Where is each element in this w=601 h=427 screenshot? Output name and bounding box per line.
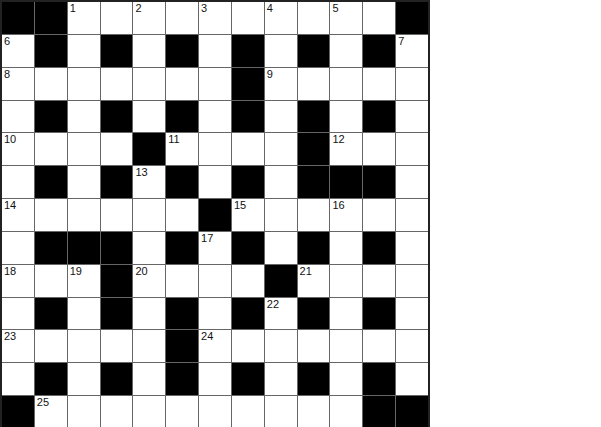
cell-r7c3[interactable] [68,199,100,231]
block-r13c1 [2,396,34,427]
block-r6c4 [101,166,133,198]
cell-r3c3[interactable] [68,68,100,100]
cell-r5c11[interactable]: 12 [330,133,362,165]
cell-r11c13[interactable] [396,330,428,362]
block-r2c4 [101,35,133,67]
cell-r3c12[interactable] [363,68,395,100]
cell-r9c10[interactable]: 21 [298,265,330,297]
cell-r13c2[interactable]: 25 [35,396,67,427]
cell-r7c9[interactable] [265,199,297,231]
cell-r5c2[interactable] [35,133,67,165]
cell-r5c3[interactable] [68,133,100,165]
cell-r5c7[interactable] [199,133,231,165]
clue-number-9: 9 [267,68,273,81]
cell-r2c1[interactable]: 6 [2,35,34,67]
block-r8c10 [298,232,330,264]
cell-r5c9[interactable] [265,133,297,165]
block-r1c1 [2,2,34,34]
block-r6c12 [363,166,395,198]
clue-number-25: 25 [37,396,49,409]
cell-r5c13[interactable] [396,133,428,165]
clue-number-4: 4 [267,2,273,15]
block-r11c6 [166,330,198,362]
clue-number-8: 8 [4,68,10,81]
block-r6c11 [330,166,362,198]
clue-number-12: 12 [332,133,344,146]
cell-r11c3[interactable] [68,330,100,362]
cell-r11c2[interactable] [35,330,67,362]
cell-r2c3[interactable] [68,35,100,67]
clue-number-21: 21 [300,265,312,278]
cell-r13c4[interactable] [101,396,133,427]
block-r1c13 [396,2,428,34]
block-r6c6 [166,166,198,198]
block-r6c8 [232,166,264,198]
cell-r5c4[interactable] [101,133,133,165]
cell-r5c8[interactable] [232,133,264,165]
cell-r8c7[interactable]: 17 [199,232,231,264]
cell-r6c5[interactable]: 13 [133,166,165,198]
block-r12c6 [166,363,198,395]
cell-r3c9[interactable]: 9 [265,68,297,100]
cell-r1c12[interactable] [363,2,395,34]
clue-number-23: 23 [4,330,16,343]
cell-r8c13[interactable] [396,232,428,264]
cell-r1c3[interactable]: 1 [68,2,100,34]
cell-r3c4[interactable] [101,68,133,100]
cell-r3c11[interactable] [330,68,362,100]
cell-r1c8[interactable] [232,2,264,34]
block-r4c8 [232,101,264,133]
cell-r12c1[interactable] [2,363,34,395]
cell-r11c8[interactable] [232,330,264,362]
cell-r11c9[interactable] [265,330,297,362]
block-r4c6 [166,101,198,133]
cell-r1c4[interactable] [101,2,133,34]
cell-r13c10[interactable] [298,396,330,427]
block-r2c2 [35,35,67,67]
cell-r3c10[interactable] [298,68,330,100]
cell-r3c13[interactable] [396,68,428,100]
cell-r4c9[interactable] [265,101,297,133]
block-r6c2 [35,166,67,198]
cell-r9c8[interactable] [232,265,264,297]
block-r5c5 [133,133,165,165]
block-r12c4 [101,363,133,395]
cell-r1c9[interactable]: 4 [265,2,297,34]
cell-r11c12[interactable] [363,330,395,362]
block-r10c6 [166,298,198,330]
cell-r11c5[interactable] [133,330,165,362]
cell-r10c11[interactable] [330,298,362,330]
cell-r12c3[interactable] [68,363,100,395]
cell-r10c9[interactable]: 22 [265,298,297,330]
clue-number-3: 3 [201,2,207,15]
block-r4c10 [298,101,330,133]
block-r6c10 [298,166,330,198]
cell-r5c12[interactable] [363,133,395,165]
cell-r2c9[interactable] [265,35,297,67]
cell-r5c6[interactable]: 11 [166,133,198,165]
block-r2c8 [232,35,264,67]
cell-r9c5[interactable]: 20 [133,265,165,297]
cell-r13c6[interactable] [166,396,198,427]
cell-r1c7[interactable]: 3 [199,2,231,34]
cell-r7c13[interactable] [396,199,428,231]
clue-number-19: 19 [70,265,82,278]
cell-r6c1[interactable] [2,166,34,198]
block-r8c4 [101,232,133,264]
cell-r6c9[interactable] [265,166,297,198]
block-r3c8 [232,68,264,100]
block-r10c2 [35,298,67,330]
block-r8c3 [68,232,100,264]
block-r13c13 [396,396,428,427]
cell-r8c11[interactable] [330,232,362,264]
cell-r13c7[interactable] [199,396,231,427]
clue-number-11: 11 [168,133,179,146]
cell-r3c6[interactable] [166,68,198,100]
clue-number-6: 6 [4,35,10,48]
cell-r8c1[interactable] [2,232,34,264]
block-r10c8 [232,298,264,330]
block-r10c12 [363,298,395,330]
cell-r12c11[interactable] [330,363,362,395]
cell-r7c2[interactable] [35,199,67,231]
cell-r11c11[interactable] [330,330,362,362]
clue-number-24: 24 [201,330,213,343]
clue-number-15: 15 [234,199,246,212]
cell-r4c11[interactable] [330,101,362,133]
block-r9c9 [265,265,297,297]
cell-r10c1[interactable] [2,298,34,330]
cell-r9c6[interactable] [166,265,198,297]
cell-r1c11[interactable]: 5 [330,2,362,34]
cell-r9c13[interactable] [396,265,428,297]
clue-number-7: 7 [398,35,404,48]
block-r12c8 [232,363,264,395]
cell-r13c5[interactable] [133,396,165,427]
clue-number-20: 20 [135,265,147,278]
block-r12c2 [35,363,67,395]
cell-r10c5[interactable] [133,298,165,330]
cell-r8c5[interactable] [133,232,165,264]
cell-r2c11[interactable] [330,35,362,67]
clue-number-1: 1 [70,2,76,15]
cell-r4c13[interactable] [396,101,428,133]
cell-r7c6[interactable] [166,199,198,231]
cell-r3c2[interactable] [35,68,67,100]
clue-number-18: 18 [4,265,16,278]
clue-number-22: 22 [267,298,279,311]
cell-r13c8[interactable] [232,396,264,427]
block-r5c10 [298,133,330,165]
cell-r13c11[interactable] [330,396,362,427]
cell-r3c5[interactable] [133,68,165,100]
block-r12c10 [298,363,330,395]
clue-number-13: 13 [135,166,147,179]
cell-r9c1[interactable]: 18 [2,265,34,297]
block-r10c10 [298,298,330,330]
crossword-grid: 1234567891011121314151617181920212223242… [0,0,430,427]
cell-r13c9[interactable] [265,396,297,427]
cell-r4c1[interactable] [2,101,34,133]
clue-number-5: 5 [332,2,338,15]
cell-r11c4[interactable] [101,330,133,362]
cell-r6c7[interactable] [199,166,231,198]
block-r9c4 [101,265,133,297]
cell-r9c3[interactable]: 19 [68,265,100,297]
block-r2c12 [363,35,395,67]
cell-r1c5[interactable]: 2 [133,2,165,34]
cell-r7c8[interactable]: 15 [232,199,264,231]
cell-r7c12[interactable] [363,199,395,231]
block-r4c12 [363,101,395,133]
clue-number-10: 10 [4,133,16,146]
cell-r12c7[interactable] [199,363,231,395]
block-r10c4 [101,298,133,330]
clue-number-2: 2 [135,2,141,15]
cell-r4c3[interactable] [68,101,100,133]
cell-r11c1[interactable]: 23 [2,330,34,362]
cell-r6c13[interactable] [396,166,428,198]
cell-r9c11[interactable] [330,265,362,297]
cell-r9c7[interactable] [199,265,231,297]
cell-r4c7[interactable] [199,101,231,133]
cell-r9c2[interactable] [35,265,67,297]
cell-r2c7[interactable] [199,35,231,67]
cell-r3c1[interactable]: 8 [2,68,34,100]
cell-r4c5[interactable] [133,101,165,133]
clue-number-14: 14 [4,199,16,212]
cell-r12c13[interactable] [396,363,428,395]
cell-r12c5[interactable] [133,363,165,395]
page: 1234567891011121314151617181920212223242… [0,0,601,427]
cell-r2c13[interactable]: 7 [396,35,428,67]
clue-number-17: 17 [201,232,213,245]
block-r1c2 [35,2,67,34]
cell-r6c3[interactable] [68,166,100,198]
cell-r10c7[interactable] [199,298,231,330]
cell-r10c3[interactable] [68,298,100,330]
cell-r13c3[interactable] [68,396,100,427]
block-r4c2 [35,101,67,133]
cell-r7c4[interactable] [101,199,133,231]
block-r2c10 [298,35,330,67]
cell-r2c5[interactable] [133,35,165,67]
cell-r3c7[interactable] [199,68,231,100]
clue-number-16: 16 [332,199,344,212]
block-r12c12 [363,363,395,395]
block-r8c6 [166,232,198,264]
cell-r7c11[interactable]: 16 [330,199,362,231]
block-r7c7 [199,199,231,231]
block-r13c12 [363,396,395,427]
cell-r7c5[interactable] [133,199,165,231]
cell-r1c6[interactable] [166,2,198,34]
cell-r7c1[interactable]: 14 [2,199,34,231]
block-r8c2 [35,232,67,264]
block-r2c6 [166,35,198,67]
cell-r12c9[interactable] [265,363,297,395]
cell-r5c1[interactable]: 10 [2,133,34,165]
block-r8c8 [232,232,264,264]
cell-r9c12[interactable] [363,265,395,297]
cell-r1c10[interactable] [298,2,330,34]
cell-r11c7[interactable]: 24 [199,330,231,362]
cell-r10c13[interactable] [396,298,428,330]
cell-r7c10[interactable] [298,199,330,231]
cell-r11c10[interactable] [298,330,330,362]
block-r8c12 [363,232,395,264]
block-r4c4 [101,101,133,133]
cell-r8c9[interactable] [265,232,297,264]
